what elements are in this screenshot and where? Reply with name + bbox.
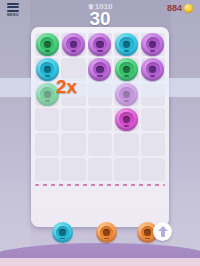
board-cell[interactable]: [88, 108, 112, 131]
purple-ball: [88, 33, 111, 56]
board-cell[interactable]: [61, 108, 85, 131]
board-cell[interactable]: [35, 108, 59, 131]
board-panel: [31, 27, 169, 227]
launch-button[interactable]: [153, 222, 172, 241]
board-cell[interactable]: [141, 58, 165, 81]
green-ball: [115, 58, 138, 81]
board-cell[interactable]: [114, 83, 138, 106]
board-cell[interactable]: [88, 58, 112, 81]
tray-teal-ball[interactable]: [52, 222, 73, 243]
pink-ball: [115, 108, 138, 131]
board-grid: [35, 33, 165, 181]
board-cell[interactable]: [141, 108, 165, 131]
board-cell[interactable]: [141, 83, 165, 106]
right-bg-strip: [171, 0, 200, 266]
board-cell[interactable]: [35, 133, 59, 156]
up-arrow-icon: [157, 226, 168, 237]
purple-ball: [115, 83, 138, 106]
board-cell[interactable]: [88, 83, 112, 106]
green-ball: [36, 33, 59, 56]
board-cell[interactable]: [114, 133, 138, 156]
limit-dashed-line: [35, 184, 165, 186]
board-cell[interactable]: [141, 158, 165, 181]
board-cell[interactable]: [141, 33, 165, 56]
board-cell[interactable]: [114, 108, 138, 131]
purple-ball: [62, 33, 85, 56]
board-cell[interactable]: [35, 33, 59, 56]
board-cell[interactable]: [114, 158, 138, 181]
board-cell[interactable]: [35, 158, 59, 181]
board-cell[interactable]: [61, 33, 85, 56]
bottom-strip: [0, 258, 200, 266]
left-bg-strip: [0, 0, 30, 266]
board-cell[interactable]: [61, 133, 85, 156]
current-score: 30: [0, 8, 200, 30]
multiplier-label: 2x: [56, 76, 77, 98]
board-cell[interactable]: [88, 158, 112, 181]
board-cell[interactable]: [141, 133, 165, 156]
board-cell[interactable]: [114, 33, 138, 56]
teal-ball: [115, 33, 138, 56]
purple-ball: [141, 33, 164, 56]
tray-orange-ball[interactable]: [96, 222, 117, 243]
board-cell[interactable]: [88, 133, 112, 156]
purple-ball: [141, 58, 164, 81]
board-cell[interactable]: [88, 33, 112, 56]
purple-ball: [88, 58, 111, 81]
board-cell[interactable]: [61, 158, 85, 181]
board-cell[interactable]: [114, 58, 138, 81]
game-screen: MENU ♛1010 30 884 2x: [0, 0, 200, 266]
